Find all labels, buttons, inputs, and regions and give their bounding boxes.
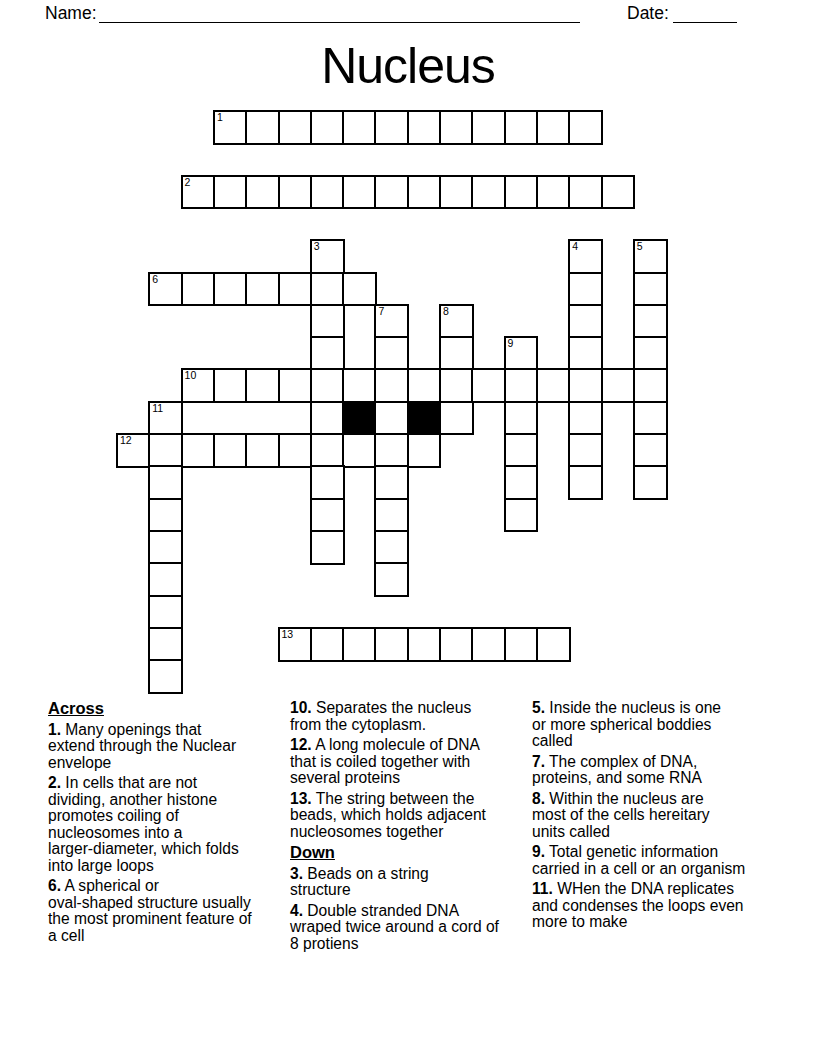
clue-number: 2.	[48, 774, 61, 791]
clue-line: 3. Beads on a string	[290, 866, 530, 883]
grid-cell[interactable]	[407, 368, 442, 403]
grid-cell[interactable]	[504, 498, 539, 533]
grid-cell[interactable]	[278, 368, 313, 403]
grid-cell[interactable]	[310, 433, 345, 468]
clue-line: more to make	[532, 914, 782, 931]
grid-cell[interactable]	[374, 562, 409, 597]
black-cell	[342, 401, 377, 436]
clues-column-1: Across1. Many openings thatextend throug…	[48, 700, 281, 948]
clue-line: a cell	[48, 928, 281, 945]
cell-number: 1	[217, 112, 223, 123]
clue-line: 2. In cells that are not	[48, 775, 281, 792]
grid-cell[interactable]	[245, 433, 280, 468]
grid-cell[interactable]	[213, 272, 248, 307]
grid-cell[interactable]	[245, 272, 280, 307]
grid-cell[interactable]	[148, 659, 183, 694]
cell-number: 3	[314, 241, 320, 252]
merged-blank-cell[interactable]	[181, 401, 313, 436]
grid-cell[interactable]	[439, 110, 474, 145]
cell-number: 2	[185, 177, 191, 188]
clue-line: and condenses the loops even	[532, 898, 782, 915]
grid-cell[interactable]	[633, 272, 668, 307]
clue-line: 7. The complex of DNA,	[532, 754, 782, 771]
grid-cell[interactable]	[278, 433, 313, 468]
grid-cell[interactable]	[374, 110, 409, 145]
grid-cell[interactable]	[471, 110, 506, 145]
grid-cell[interactable]	[601, 175, 636, 210]
clue-a1: 1. Many openings thatextend through the …	[48, 722, 281, 772]
grid-cell[interactable]	[504, 627, 539, 662]
grid-cell[interactable]	[278, 272, 313, 307]
grid-cell[interactable]	[568, 272, 603, 307]
clue-line: extend through the Nuclear	[48, 738, 281, 755]
cell-number: 9	[508, 338, 514, 349]
grid-cell[interactable]	[310, 110, 345, 145]
grid-cell[interactable]	[633, 401, 668, 436]
grid-cell[interactable]	[148, 498, 183, 533]
grid-cell[interactable]: 7	[374, 304, 409, 339]
down-heading: Down	[290, 844, 530, 861]
grid-cell[interactable]	[568, 401, 603, 436]
grid-cell[interactable]	[504, 175, 539, 210]
clue-line: units called	[532, 824, 782, 841]
grid-cell[interactable]: 8	[439, 304, 474, 339]
grid-cell[interactable]	[310, 272, 345, 307]
name-blank-line	[99, 22, 580, 23]
grid-cell[interactable]	[439, 175, 474, 210]
grid-cell[interactable]	[568, 465, 603, 500]
clue-number: 12.	[290, 736, 312, 753]
grid-cell[interactable]	[342, 175, 377, 210]
worksheet-page: Name: Date: Nucleus 12345678910111213 Ac…	[0, 0, 816, 1056]
grid-cell[interactable]	[245, 110, 280, 145]
clue-number: 11.	[532, 880, 553, 897]
grid-cell[interactable]	[181, 433, 216, 468]
cell-number: 10	[185, 370, 197, 381]
grid-cell[interactable]	[374, 498, 409, 533]
grid-cell[interactable]: 11	[148, 401, 183, 436]
cell-number: 13	[282, 629, 294, 640]
grid-cell[interactable]	[504, 433, 539, 468]
clue-a12: 12. A long molecule of DNAthat is coiled…	[290, 737, 530, 787]
clue-line: larger-diameter, which folds	[48, 841, 281, 858]
cell-number: 4	[572, 241, 578, 252]
grid-cell[interactable]	[504, 368, 539, 403]
grid-cell[interactable]	[374, 368, 409, 403]
clue-line: oval-shaped structure usually	[48, 895, 281, 912]
grid-cell[interactable]	[148, 465, 183, 500]
grid-cell[interactable]	[439, 336, 474, 371]
clues-column-2: 10. Separates the nucleusfrom the cytopl…	[290, 700, 530, 956]
cell-number: 7	[378, 306, 384, 317]
grid-cell[interactable]	[342, 272, 377, 307]
clue-line: 8 protiens	[290, 936, 530, 953]
clue-line: wraped twice around a cord of	[290, 919, 530, 936]
grid-cell[interactable]: 2	[181, 175, 216, 210]
grid-cell[interactable]: 5	[633, 239, 668, 274]
grid-cell[interactable]	[374, 336, 409, 371]
clues-column-3: 5. Inside the nucleus is oneor more sphe…	[532, 700, 782, 935]
clue-line: 12. A long molecule of DNA	[290, 737, 530, 754]
clue-line: several proteins	[290, 770, 530, 787]
grid-cell[interactable]	[536, 175, 571, 210]
clue-d11: 11. WHen the DNA replicatesand condenses…	[532, 881, 782, 931]
grid-cell[interactable]	[439, 627, 474, 662]
grid-cell[interactable]	[374, 433, 409, 468]
clue-line: 5. Inside the nucleus is one	[532, 700, 782, 717]
grid-cell[interactable]: 10	[181, 368, 216, 403]
clue-line: that is coiled together with	[290, 754, 530, 771]
grid-cell[interactable]	[310, 498, 345, 533]
grid-cell[interactable]	[310, 465, 345, 500]
clue-number: 5.	[532, 699, 545, 716]
grid-cell[interactable]	[342, 110, 377, 145]
clue-d3: 3. Beads on a stringstructure	[290, 866, 530, 899]
grid-cell[interactable]	[471, 627, 506, 662]
grid-cell[interactable]	[374, 465, 409, 500]
grid-cell[interactable]	[568, 368, 603, 403]
cell-number: 12	[120, 435, 132, 446]
grid-cell[interactable]	[342, 433, 377, 468]
clue-a10: 10. Separates the nucleusfrom the cytopl…	[290, 700, 530, 733]
grid-cell[interactable]	[633, 368, 668, 403]
grid-cell[interactable]	[278, 110, 313, 145]
clue-line: dividing, another histone	[48, 792, 281, 809]
clue-a13: 13. The string between thebeads, which h…	[290, 791, 530, 841]
cell-number: 6	[152, 274, 158, 285]
grid-cell[interactable]	[148, 433, 183, 468]
grid-cell[interactable]	[374, 401, 409, 436]
clue-line: called	[532, 733, 782, 750]
clue-line: 6. A spherical or	[48, 878, 281, 895]
grid-cell[interactable]	[213, 433, 248, 468]
clue-line: 4. Double stranded DNA	[290, 903, 530, 920]
clue-number: 3.	[290, 865, 303, 882]
grid-cell[interactable]	[407, 175, 442, 210]
grid-cell[interactable]	[633, 336, 668, 371]
grid-cell[interactable]	[148, 627, 183, 662]
clue-line: carried in a cell or an organism	[532, 861, 782, 878]
grid-cell[interactable]	[504, 465, 539, 500]
grid-cell[interactable]	[471, 368, 506, 403]
grid-cell[interactable]	[374, 530, 409, 565]
grid-cell[interactable]	[471, 175, 506, 210]
cell-number: 11	[152, 403, 163, 414]
grid-cell[interactable]	[374, 627, 409, 662]
grid-cell[interactable]	[148, 562, 183, 597]
clue-line: nucleosomes into a	[48, 825, 281, 842]
clue-line: promotes coiling of	[48, 808, 281, 825]
date-blank-line	[673, 22, 737, 23]
grid-cell[interactable]	[148, 595, 183, 630]
grid-cell[interactable]	[407, 433, 442, 468]
grid-cell[interactable]	[374, 175, 409, 210]
clue-line: 13. The string between the	[290, 791, 530, 808]
grid-cell[interactable]	[504, 110, 539, 145]
clue-d4: 4. Double stranded DNAwraped twice aroun…	[290, 903, 530, 953]
grid-cell[interactable]: 9	[504, 336, 539, 371]
grid-cell[interactable]	[278, 175, 313, 210]
grid-cell[interactable]: 12	[116, 433, 151, 468]
clue-line: from the cytoplasm.	[290, 717, 530, 734]
grid-cell[interactable]	[245, 175, 280, 210]
clue-number: 6.	[48, 877, 61, 894]
grid-cell[interactable]	[245, 368, 280, 403]
clue-d7: 7. The complex of DNA,proteins, and some…	[532, 754, 782, 787]
grid-cell[interactable]	[536, 110, 571, 145]
grid-cell[interactable]	[213, 368, 248, 403]
grid-cell[interactable]	[633, 304, 668, 339]
clue-line: 8. Within the nucleus are	[532, 791, 782, 808]
clue-number: 4.	[290, 902, 303, 919]
grid-cell[interactable]	[148, 530, 183, 565]
puzzle-title: Nucleus	[0, 41, 816, 91]
grid-cell[interactable]	[310, 368, 345, 403]
grid-cell[interactable]	[407, 110, 442, 145]
clue-number: 8.	[532, 790, 545, 807]
clue-line: 11. WHen the DNA replicates	[532, 881, 782, 898]
grid-cell[interactable]	[439, 368, 474, 403]
grid-cell[interactable]: 4	[568, 239, 603, 274]
grid-cell[interactable]	[568, 175, 603, 210]
cell-number: 5	[637, 241, 643, 252]
grid-cell[interactable]: 13	[278, 627, 313, 662]
grid-cell[interactable]: 3	[310, 239, 345, 274]
clue-line: 10. Separates the nucleus	[290, 700, 530, 717]
grid-cell[interactable]	[181, 272, 216, 307]
crossword-grid: 12345678910111213	[116, 110, 668, 694]
grid-cell[interactable]	[568, 110, 603, 145]
grid-cell[interactable]	[310, 304, 345, 339]
grid-cell[interactable]	[310, 336, 345, 371]
clue-line: or more spherical boddies	[532, 717, 782, 734]
grid-cell[interactable]	[213, 175, 248, 210]
grid-cell[interactable]	[439, 401, 474, 436]
black-cell	[407, 401, 442, 436]
name-label: Name:	[45, 3, 97, 23]
cell-number: 8	[443, 306, 449, 317]
grid-cell[interactable]	[504, 401, 539, 436]
grid-cell[interactable]: 1	[213, 110, 248, 145]
clue-d5: 5. Inside the nucleus is oneor more sphe…	[532, 700, 782, 750]
clue-line: the most prominent feature of	[48, 911, 281, 928]
clue-number: 1.	[48, 721, 61, 738]
clue-line: 9. Total genetic information	[532, 844, 782, 861]
date-label: Date:	[627, 3, 669, 23]
clue-a6: 6. A spherical oroval-shaped structure u…	[48, 878, 281, 944]
grid-cell[interactable]: 6	[148, 272, 183, 307]
grid-cell[interactable]	[568, 433, 603, 468]
grid-cell[interactable]	[536, 368, 571, 403]
clue-line: proteins, and some RNA	[532, 770, 782, 787]
clue-number: 10.	[290, 699, 312, 716]
clue-d9: 9. Total genetic informationcarried in a…	[532, 844, 782, 877]
grid-cell[interactable]	[633, 465, 668, 500]
clue-line: beads, which holds adjacent	[290, 807, 530, 824]
grid-cell[interactable]	[568, 304, 603, 339]
clue-line: nucleosomes together	[290, 824, 530, 841]
clue-d8: 8. Within the nucleus aremost of the cel…	[532, 791, 782, 841]
grid-cell[interactable]	[310, 627, 345, 662]
clue-a2: 2. In cells that are notdividing, anothe…	[48, 775, 281, 874]
clue-number: 9.	[532, 843, 545, 860]
across-heading: Across	[48, 700, 281, 717]
grid-cell[interactable]	[633, 433, 668, 468]
clue-line: structure	[290, 882, 530, 899]
clue-line: 1. Many openings that	[48, 722, 281, 739]
grid-cell[interactable]	[568, 336, 603, 371]
grid-cell[interactable]	[310, 530, 345, 565]
grid-cell[interactable]	[310, 401, 345, 436]
grid-cell[interactable]	[601, 368, 636, 403]
grid-cell[interactable]	[342, 368, 377, 403]
clue-line: envelope	[48, 755, 281, 772]
grid-cell[interactable]	[536, 627, 571, 662]
grid-cell[interactable]	[342, 627, 377, 662]
clue-line: most of the cells hereitary	[532, 807, 782, 824]
grid-cell[interactable]	[310, 175, 345, 210]
clue-number: 13.	[290, 790, 312, 807]
grid-cell[interactable]	[407, 627, 442, 662]
clue-line: into large loops	[48, 858, 281, 875]
clue-number: 7.	[532, 753, 545, 770]
